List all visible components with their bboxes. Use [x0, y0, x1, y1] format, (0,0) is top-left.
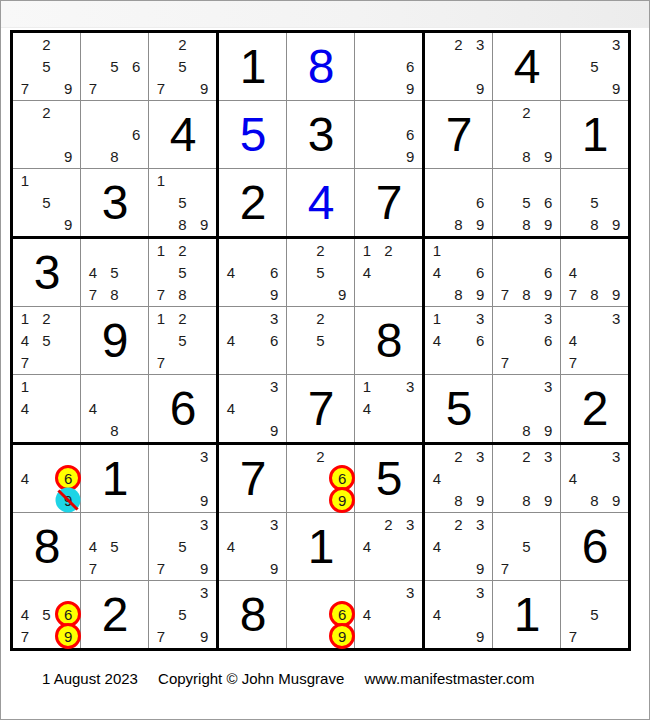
candidate-1 [562, 34, 584, 56]
cell-r1c7[interactable]: 239 [425, 33, 492, 100]
candidate-2: 2 [516, 446, 538, 468]
candidate-7 [494, 145, 516, 167]
candidate-4: 4 [356, 536, 378, 558]
candidate-9 [537, 557, 559, 579]
cell-r9c3[interactable]: 3579 [149, 581, 216, 648]
solved-digit: 1 [493, 581, 560, 648]
cell-r7c6[interactable]: 5 [355, 445, 422, 512]
candidate-9: 9 [469, 77, 491, 99]
candidate-2 [516, 376, 538, 398]
candidate-2: 2 [448, 34, 470, 56]
footer-copyright: Copyright © John Musgrave [158, 670, 344, 687]
candidate-4: 4 [426, 536, 448, 558]
candidate-5 [104, 398, 126, 420]
candidate-6 [469, 536, 491, 558]
candidate-2: 2 [310, 240, 332, 262]
solved-digit: 1 [81, 445, 148, 512]
candidates-grid: 69 [356, 102, 421, 167]
candidate-6 [193, 468, 215, 490]
cell-r8c4[interactable]: 349 [219, 513, 286, 580]
candidate-3 [57, 102, 79, 124]
candidate-1 [356, 514, 378, 536]
cell-r4c3[interactable]: 12578 [149, 239, 216, 306]
candidate-6 [399, 536, 421, 558]
candidate-4 [426, 56, 448, 78]
candidate-2 [36, 170, 58, 192]
candidate-3: 3 [605, 34, 627, 56]
candidate-1 [426, 582, 448, 604]
candidates-grid: 567 [82, 34, 147, 99]
cell-r6c5[interactable]: 7 [287, 375, 354, 442]
candidate-7 [220, 557, 242, 579]
candidate-1 [562, 170, 584, 192]
candidate-3 [125, 376, 147, 398]
candidate-2: 2 [36, 102, 58, 124]
candidate-6 [193, 330, 215, 352]
candidate-5: 5 [516, 192, 538, 214]
candidate-4: 4 [220, 536, 242, 558]
entered-digit: 8 [287, 33, 354, 100]
candidate-6 [605, 330, 627, 352]
candidate-8 [242, 419, 264, 441]
cell-r9c8[interactable]: 1 [493, 581, 560, 648]
candidate-6 [57, 56, 79, 78]
candidates-grid: 259 [288, 240, 353, 305]
cell-r5c4[interactable]: 346 [219, 307, 286, 374]
candidate-1 [150, 514, 172, 536]
candidate-5 [584, 262, 606, 284]
candidate-3 [125, 102, 147, 124]
cell-r4c8[interactable]: 6789 [493, 239, 560, 306]
candidate-8 [448, 557, 470, 579]
cell-r8c6[interactable]: 234 [355, 513, 422, 580]
candidate-9 [193, 351, 215, 373]
candidate-2: 2 [36, 34, 58, 56]
candidate-8 [104, 557, 126, 579]
candidate-1 [426, 34, 448, 56]
candidate-2 [516, 514, 538, 536]
candidate-5 [378, 262, 400, 284]
candidate-7 [494, 419, 516, 441]
cell-r5c2[interactable]: 9 [81, 307, 148, 374]
candidate-5 [242, 262, 264, 284]
cell-r8c3[interactable]: 3579 [149, 513, 216, 580]
cell-r5c1[interactable]: 12457 [13, 307, 80, 374]
cell-r6c1[interactable]: 14 [13, 375, 80, 442]
cell-r7c9[interactable]: 3489 [561, 445, 628, 512]
candidate-9: 9 [193, 77, 215, 99]
candidate-8: 8 [516, 283, 538, 305]
cell-r1c8[interactable]: 4 [493, 33, 560, 100]
candidate-1 [288, 240, 310, 262]
cell-r1c5[interactable]: 8 [287, 33, 354, 100]
cell-r3c8[interactable]: 5689 [493, 169, 560, 236]
candidates-grid: 239 [426, 34, 491, 99]
candidate-4 [288, 330, 310, 352]
entered-digit: 4 [287, 169, 354, 236]
candidate-1 [426, 170, 448, 192]
candidate-5 [36, 124, 58, 146]
cell-r5c8[interactable]: 367 [493, 307, 560, 374]
candidate-7 [150, 213, 172, 235]
candidate-7 [562, 213, 584, 235]
candidate-6: 6 [399, 56, 421, 78]
cell-r3c5[interactable]: 4 [287, 169, 354, 236]
candidate-3 [193, 240, 215, 262]
candidate-9 [193, 283, 215, 305]
candidate-9: 9 [57, 145, 79, 167]
cell-r5c3[interactable]: 1257 [149, 307, 216, 374]
cell-r9c6[interactable]: 34 [355, 581, 422, 648]
candidate-8 [378, 77, 400, 99]
cell-r6c9[interactable]: 2 [561, 375, 628, 442]
candidate-8: 8 [172, 213, 194, 235]
candidates-grid: 349 [426, 582, 491, 647]
cell-r8c8[interactable]: 57 [493, 513, 560, 580]
cell-r9c1[interactable]: 45679 [13, 581, 80, 648]
candidate-9: 9 [537, 489, 559, 511]
candidate-7: 7 [494, 557, 516, 579]
candidate-6 [193, 192, 215, 214]
candidates-grid: 2579 [14, 34, 79, 99]
candidate-4 [82, 56, 104, 78]
cell-r5c9[interactable]: 347 [561, 307, 628, 374]
cell-r1c2[interactable]: 567 [81, 33, 148, 100]
candidate-8 [378, 145, 400, 167]
candidate-2 [172, 514, 194, 536]
candidate-8 [378, 557, 400, 579]
candidate-7 [14, 145, 36, 167]
candidate-7: 7 [82, 557, 104, 579]
candidate-7: 7 [14, 77, 36, 99]
cell-r2c2[interactable]: 68 [81, 101, 148, 168]
candidate-6 [537, 468, 559, 490]
cell-r3c7[interactable]: 689 [425, 169, 492, 236]
candidate-7 [494, 489, 516, 511]
cell-r8c2[interactable]: 457 [81, 513, 148, 580]
candidate-4 [150, 192, 172, 214]
candidate-8: 8 [516, 213, 538, 235]
cell-r2c9[interactable]: 1 [561, 101, 628, 168]
cell-r8c1[interactable]: 8 [13, 513, 80, 580]
candidate-3: 3 [193, 514, 215, 536]
cell-r3c1[interactable]: 159 [13, 169, 80, 236]
candidate-4 [150, 330, 172, 352]
cell-r3c6[interactable]: 7 [355, 169, 422, 236]
candidate-4: 4 [562, 262, 584, 284]
candidate-7 [426, 557, 448, 579]
candidate-2 [36, 376, 58, 398]
candidates-grid: 589 [562, 170, 627, 235]
cell-r9c2[interactable]: 2 [81, 581, 148, 648]
candidate-5 [448, 468, 470, 490]
candidate-3: 3 [469, 446, 491, 468]
cell-r1c6[interactable]: 69 [355, 33, 422, 100]
cell-r1c3[interactable]: 2579 [149, 33, 216, 100]
cell-r9c5[interactable]: 69 [287, 581, 354, 648]
candidates-grid: 2349 [426, 514, 491, 579]
candidate-7: 7 [82, 283, 104, 305]
cell-r6c2[interactable]: 48 [81, 375, 148, 442]
candidate-2 [172, 582, 194, 604]
candidate-5: 5 [36, 192, 58, 214]
solved-digit: 5 [355, 445, 422, 512]
candidate-5 [36, 398, 58, 420]
cell-r3c9[interactable]: 589 [561, 169, 628, 236]
candidate-1: 1 [150, 240, 172, 262]
solved-digit: 5 [425, 375, 492, 442]
candidate-3 [331, 582, 353, 604]
candidate-9: 9 [193, 625, 215, 647]
candidate-9-highlighted: 9 [57, 625, 79, 647]
candidate-6 [605, 192, 627, 214]
candidates-grid: 6789 [494, 240, 559, 305]
cell-r7c2[interactable]: 1 [81, 445, 148, 512]
candidate-6: 6 [537, 262, 559, 284]
candidate-9 [605, 351, 627, 373]
cell-r4c6[interactable]: 124 [355, 239, 422, 306]
candidate-7 [356, 145, 378, 167]
candidate-5 [448, 604, 470, 626]
candidate-3 [537, 240, 559, 262]
candidate-8 [516, 557, 538, 579]
candidate-7 [288, 489, 310, 511]
candidate-7 [426, 77, 448, 99]
candidate-4 [14, 56, 36, 78]
candidate-2: 2 [516, 102, 538, 124]
cell-r5c7[interactable]: 1346 [425, 307, 492, 374]
candidate-9: 9 [469, 213, 491, 235]
candidate-8: 8 [104, 283, 126, 305]
candidate-2: 2 [448, 446, 470, 468]
cell-r1c9[interactable]: 359 [561, 33, 628, 100]
cell-r7c7[interactable]: 23489 [425, 445, 492, 512]
candidate-3: 3 [537, 446, 559, 468]
candidate-9 [125, 145, 147, 167]
box-3: 2394359728916895689589 [425, 33, 628, 236]
candidate-6-highlighted: 6 [331, 468, 353, 490]
candidates-grid: 2579 [150, 34, 215, 99]
cell-r2c8[interactable]: 289 [493, 101, 560, 168]
candidate-3: 3 [263, 308, 285, 330]
solved-digit: 6 [149, 375, 216, 442]
candidate-3 [537, 514, 559, 536]
candidate-8: 8 [584, 213, 606, 235]
candidate-2: 2 [172, 240, 194, 262]
candidate-4: 4 [14, 604, 36, 626]
cell-r2c5[interactable]: 3 [287, 101, 354, 168]
candidate-5 [448, 330, 470, 352]
candidates-grid: 2389 [494, 446, 559, 511]
cell-r7c5[interactable]: 269 [287, 445, 354, 512]
candidate-9 [469, 351, 491, 373]
candidate-6: 6 [125, 56, 147, 78]
cell-r4c9[interactable]: 4789 [561, 239, 628, 306]
candidate-4: 4 [82, 262, 104, 284]
candidate-7 [220, 283, 242, 305]
candidate-8 [242, 283, 264, 305]
candidate-7 [288, 351, 310, 373]
candidates-grid: 359 [562, 34, 627, 99]
footer: 1 August 2023 Copyright © John Musgrave … [42, 670, 550, 687]
candidate-5: 5 [172, 262, 194, 284]
candidate-6: 6 [537, 192, 559, 214]
cell-r2c6[interactable]: 69 [355, 101, 422, 168]
solved-digit: 6 [561, 513, 628, 580]
cell-r2c1[interactable]: 29 [13, 101, 80, 168]
candidate-2 [378, 582, 400, 604]
candidate-6 [605, 262, 627, 284]
candidate-1 [82, 514, 104, 536]
candidate-5 [378, 604, 400, 626]
cell-r4c2[interactable]: 4578 [81, 239, 148, 306]
cell-r6c3[interactable]: 6 [149, 375, 216, 442]
candidate-9: 9 [57, 213, 79, 235]
solved-digit: 2 [561, 375, 628, 442]
candidate-7 [426, 625, 448, 647]
solved-digit: 4 [149, 101, 216, 168]
candidate-4 [562, 604, 584, 626]
candidate-7: 7 [494, 283, 516, 305]
cell-r5c6[interactable]: 8 [355, 307, 422, 374]
candidate-9: 9 [537, 419, 559, 441]
candidate-3 [331, 446, 353, 468]
candidates-grid: 3579 [150, 582, 215, 647]
candidates-grid: 69 [356, 34, 421, 99]
candidate-3 [605, 170, 627, 192]
cell-r7c8[interactable]: 2389 [493, 445, 560, 512]
candidates-grid: 12457 [14, 308, 79, 373]
solved-digit: 7 [219, 445, 286, 512]
box-9: 23489238934892349576349157 [425, 445, 628, 648]
candidate-3 [469, 170, 491, 192]
cell-r4c1[interactable]: 3 [13, 239, 80, 306]
candidate-1 [562, 582, 584, 604]
candidate-1 [494, 446, 516, 468]
cell-r2c4[interactable]: 5 [219, 101, 286, 168]
cell-r1c1[interactable]: 2579 [13, 33, 80, 100]
cell-r3c2[interactable]: 3 [81, 169, 148, 236]
cell-r5c5[interactable]: 25 [287, 307, 354, 374]
candidates-grid: 234 [356, 514, 421, 579]
cell-r4c5[interactable]: 259 [287, 239, 354, 306]
candidate-6 [57, 330, 79, 352]
candidate-2 [584, 308, 606, 330]
cell-r6c8[interactable]: 389 [493, 375, 560, 442]
candidates-grid: 689 [426, 170, 491, 235]
candidate-7: 7 [562, 625, 584, 647]
cell-r1c4[interactable]: 1 [219, 33, 286, 100]
candidate-7 [150, 489, 172, 511]
candidate-6: 6 [125, 124, 147, 146]
candidate-5: 5 [172, 192, 194, 214]
candidate-7 [14, 489, 36, 511]
candidate-7 [426, 351, 448, 373]
candidate-9: 9 [193, 557, 215, 579]
candidate-9 [399, 625, 421, 647]
cell-r9c7[interactable]: 349 [425, 581, 492, 648]
candidate-2 [104, 34, 126, 56]
cell-r4c4[interactable]: 469 [219, 239, 286, 306]
cell-r2c7[interactable]: 7 [425, 101, 492, 168]
candidate-1 [14, 102, 36, 124]
candidate-8 [172, 625, 194, 647]
candidate-5 [378, 124, 400, 146]
candidate-4 [288, 262, 310, 284]
candidate-6 [193, 604, 215, 626]
candidate-8 [310, 283, 332, 305]
cell-r4c7[interactable]: 14689 [425, 239, 492, 306]
candidate-5: 5 [310, 330, 332, 352]
candidates-grid: 57 [562, 582, 627, 647]
candidate-2 [584, 34, 606, 56]
candidate-9: 9 [399, 145, 421, 167]
candidates-grid: 1257 [150, 308, 215, 373]
cell-r6c6[interactable]: 134 [355, 375, 422, 442]
candidate-4: 4 [14, 398, 36, 420]
candidates-grid: 134 [356, 376, 421, 441]
candidate-3: 3 [399, 582, 421, 604]
candidate-6 [57, 124, 79, 146]
candidate-4 [150, 262, 172, 284]
solved-digit: 7 [355, 169, 422, 236]
cell-r3c3[interactable]: 1589 [149, 169, 216, 236]
candidate-3 [57, 582, 79, 604]
candidate-1 [426, 514, 448, 536]
cell-r7c1[interactable]: 469 [13, 445, 80, 512]
cell-r7c4[interactable]: 7 [219, 445, 286, 512]
candidate-7 [562, 489, 584, 511]
candidate-1 [494, 308, 516, 330]
candidate-6 [605, 468, 627, 490]
candidate-5 [104, 124, 126, 146]
cell-r9c9[interactable]: 57 [561, 581, 628, 648]
candidates-grid: 4789 [562, 240, 627, 305]
cell-r7c3[interactable]: 39 [149, 445, 216, 512]
candidate-9: 9 [331, 283, 353, 305]
candidate-6 [469, 468, 491, 490]
candidate-3: 3 [193, 446, 215, 468]
footer-date: 1 August 2023 [42, 670, 138, 687]
cell-r2c3[interactable]: 4 [149, 101, 216, 168]
candidate-4: 4 [220, 262, 242, 284]
candidate-7: 7 [150, 625, 172, 647]
cell-r8c5[interactable]: 1 [287, 513, 354, 580]
cell-r6c4[interactable]: 349 [219, 375, 286, 442]
candidate-2 [378, 102, 400, 124]
candidate-2: 2 [378, 514, 400, 536]
candidate-3 [469, 240, 491, 262]
candidate-7 [82, 419, 104, 441]
candidate-6 [125, 536, 147, 558]
cell-r3c4[interactable]: 2 [219, 169, 286, 236]
candidate-9: 9 [537, 283, 559, 305]
candidate-1 [356, 582, 378, 604]
candidate-3 [125, 514, 147, 536]
cell-r8c9[interactable]: 6 [561, 513, 628, 580]
candidate-6 [469, 604, 491, 626]
cell-r6c7[interactable]: 5 [425, 375, 492, 442]
solved-digit: 7 [425, 101, 492, 168]
candidate-5 [172, 468, 194, 490]
candidate-6 [331, 262, 353, 284]
candidate-4 [14, 192, 36, 214]
candidate-5 [448, 262, 470, 284]
candidate-2 [242, 514, 264, 536]
cell-r9c4[interactable]: 8 [219, 581, 286, 648]
cell-r8c7[interactable]: 2349 [425, 513, 492, 580]
candidate-2 [448, 170, 470, 192]
